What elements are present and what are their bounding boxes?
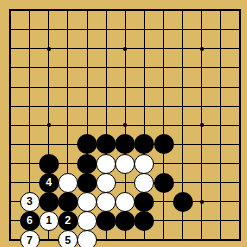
- black-stone: [115, 211, 135, 231]
- black-stone: [154, 134, 174, 154]
- white-stone: [96, 154, 116, 174]
- white-stone: [134, 173, 154, 193]
- black-stone: [134, 211, 154, 231]
- black-stone: [134, 192, 154, 212]
- black-stone: [39, 192, 59, 212]
- black-stone: [96, 134, 116, 154]
- black-stone: [96, 211, 116, 231]
- black-stone: [77, 154, 97, 174]
- go-board: 4361275: [0, 0, 247, 247]
- black-stone: [173, 192, 193, 212]
- white-stone: [96, 192, 116, 212]
- black-stone: [39, 154, 59, 174]
- white-stone: [96, 173, 116, 193]
- move-2-stone-black: 2: [58, 211, 78, 231]
- white-stone: [77, 230, 97, 247]
- white-stone: [134, 154, 154, 174]
- move-4-stone-black: 4: [39, 173, 59, 193]
- move-1-stone-white: 1: [39, 211, 59, 231]
- white-stone: [77, 192, 97, 212]
- move-3-stone-white: 3: [20, 192, 40, 212]
- stones-layer: 4361275: [1, 1, 247, 247]
- black-stone: [154, 173, 174, 193]
- move-5-stone-white: 5: [58, 230, 78, 247]
- black-stone: [77, 134, 97, 154]
- move-6-stone-black: 6: [20, 211, 40, 231]
- white-stone: [77, 211, 97, 231]
- white-stone: [115, 192, 135, 212]
- white-stone: [115, 154, 135, 174]
- black-stone: [77, 173, 97, 193]
- move-7-stone-white: 7: [20, 230, 40, 247]
- white-stone: [58, 173, 78, 193]
- black-stone: [58, 192, 78, 212]
- black-stone: [115, 134, 135, 154]
- black-stone: [134, 134, 154, 154]
